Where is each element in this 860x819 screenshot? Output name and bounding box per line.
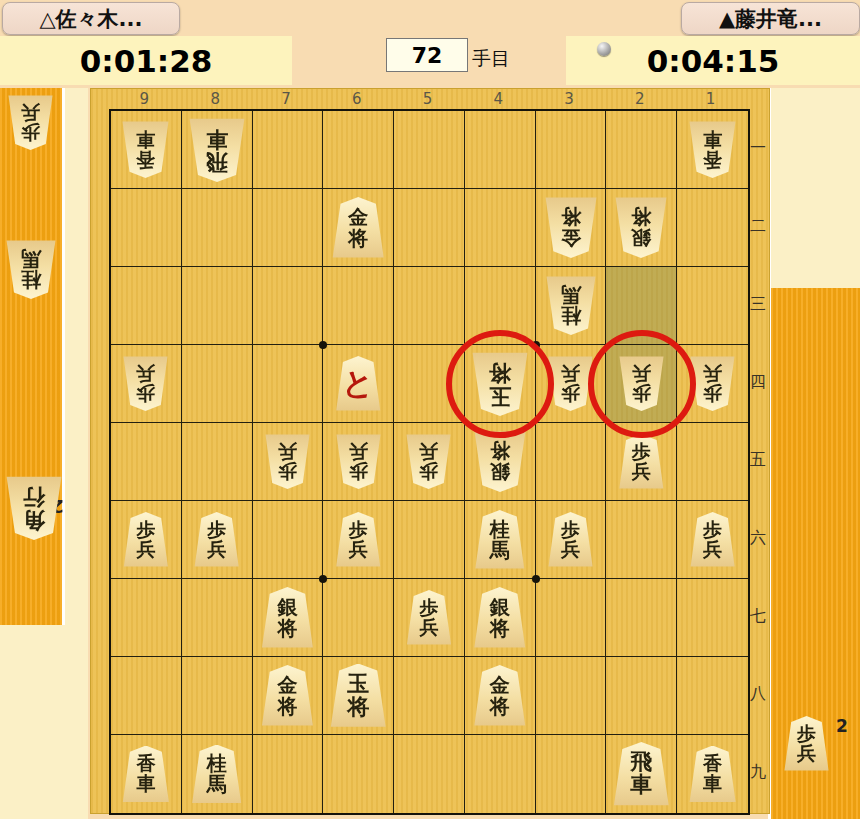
square-1b[interactable]: [677, 189, 748, 267]
square-1a[interactable]: 香車: [677, 111, 748, 189]
piece-sente-lance[interactable]: 香車: [122, 746, 169, 803]
piece-kanji: 歩: [703, 520, 722, 540]
piece-kanji: 兵: [419, 442, 438, 462]
piece-kanji: と: [342, 367, 374, 399]
piece-kanji: 兵: [561, 540, 580, 560]
square-3d[interactable]: 歩兵: [536, 345, 607, 423]
rank-label: 七: [747, 577, 769, 655]
piece-kanji: 歩: [797, 724, 816, 744]
square-7d[interactable]: [253, 345, 324, 423]
square-7h[interactable]: 金将: [253, 657, 324, 735]
piece-kanji: 歩: [703, 384, 722, 404]
square-8d[interactable]: [182, 345, 253, 423]
square-3b[interactable]: 金将: [536, 189, 607, 267]
square-2e[interactable]: 歩兵: [606, 423, 677, 501]
file-labels: 987654321: [109, 89, 746, 109]
gote-hand-bishop[interactable]: 角行2: [6, 476, 54, 534]
piece-kanji: 歩: [349, 462, 368, 482]
piece-sente-pawn[interactable]: 歩兵: [406, 590, 451, 645]
piece-kanji: 馬: [207, 774, 227, 795]
piece-kanji: 角: [23, 508, 45, 531]
piece-gote-pawn[interactable]: 歩兵: [265, 434, 310, 489]
square-7e[interactable]: 歩兵: [253, 423, 324, 501]
square-9b[interactable]: [111, 189, 182, 267]
square-3g[interactable]: [536, 579, 607, 657]
rank-labels: 一二三四五六七八九: [747, 109, 769, 811]
square-8b[interactable]: [182, 189, 253, 267]
rank-label: 四: [747, 343, 769, 421]
file-label: 6: [321, 89, 392, 109]
gote-captured-tray-area: 歩兵 桂馬 角行2: [0, 88, 88, 819]
piece-gote-pawn[interactable]: 歩兵: [690, 356, 735, 411]
piece-kanji: 兵: [561, 364, 580, 384]
piece-kanji: 歩: [632, 384, 651, 404]
piece-sente-pawn[interactable]: 歩兵: [548, 512, 593, 567]
sente-hand-pawn[interactable]: 歩兵2: [784, 716, 832, 774]
piece-kanji: 兵: [349, 442, 368, 462]
square-2i[interactable]: 飛車: [606, 735, 677, 813]
piece-gote-bishop[interactable]: 角行: [6, 476, 62, 540]
square-9f[interactable]: 歩兵: [111, 501, 182, 579]
piece-gote-lance[interactable]: 香車: [122, 121, 169, 178]
star-point: [532, 575, 540, 583]
square-4e[interactable]: 銀将: [465, 423, 536, 501]
square-8h[interactable]: [182, 657, 253, 735]
square-9d[interactable]: 歩兵: [111, 345, 182, 423]
square-3c[interactable]: 桂馬: [536, 267, 607, 345]
sente-name-plate[interactable]: ▲藤井竜...: [681, 2, 860, 35]
square-9e[interactable]: [111, 423, 182, 501]
square-6f[interactable]: 歩兵: [323, 501, 394, 579]
piece-gote-pawn[interactable]: 歩兵: [548, 356, 593, 411]
square-4d[interactable]: 玉将: [465, 345, 536, 423]
piece-kanji: 兵: [136, 540, 155, 560]
file-label: 4: [463, 89, 534, 109]
rank-label: 九: [747, 733, 769, 811]
square-8c[interactable]: [182, 267, 253, 345]
piece-gote-gold[interactable]: 金将: [545, 197, 597, 258]
piece-kanji: 兵: [349, 540, 368, 560]
piece-gote-lance[interactable]: 香車: [689, 121, 736, 178]
piece-kanji: 銀: [277, 597, 297, 618]
piece-kanji: 桂: [21, 270, 41, 291]
piece-sente-lance[interactable]: 香車: [689, 746, 736, 803]
piece-sente-knight[interactable]: 桂馬: [475, 510, 525, 569]
square-1g[interactable]: [677, 579, 748, 657]
gote-captured-tray: 歩兵 桂馬 角行2: [0, 88, 65, 625]
rank-label: 八: [747, 655, 769, 733]
star-point: [532, 341, 540, 349]
file-label: 5: [392, 89, 463, 109]
piece-kanji: 馬: [561, 285, 581, 306]
square-4i[interactable]: [465, 735, 536, 813]
piece-kanji: 馬: [21, 249, 41, 270]
piece-kanji: 兵: [703, 540, 722, 560]
piece-kanji: 将: [347, 696, 369, 719]
square-9h[interactable]: [111, 657, 182, 735]
square-7g[interactable]: 銀将: [253, 579, 324, 657]
piece-kanji: 銀: [490, 597, 510, 618]
gote-name-plate[interactable]: △佐々木...: [2, 2, 180, 35]
rank-label: 三: [747, 265, 769, 343]
square-7a[interactable]: [253, 111, 324, 189]
sente-captured-tray-area: 歩兵2: [768, 88, 860, 819]
rank-label: 二: [747, 187, 769, 265]
square-6i[interactable]: [323, 735, 394, 813]
piece-kanji: 将: [561, 207, 581, 228]
square-8f[interactable]: 歩兵: [182, 501, 253, 579]
square-5h[interactable]: [394, 657, 465, 735]
piece-kanji: 歩: [207, 520, 226, 540]
square-1c[interactable]: [677, 267, 748, 345]
piece-kanji: 将: [277, 696, 297, 717]
piece-kanji: 将: [490, 696, 510, 717]
square-7i[interactable]: [253, 735, 324, 813]
square-2c[interactable]: [606, 267, 677, 345]
piece-kanji: 将: [490, 618, 510, 639]
piece-kanji: 歩: [136, 520, 155, 540]
piece-kanji: 香: [136, 150, 155, 170]
piece-sente-pawn[interactable]: 歩兵: [194, 512, 239, 567]
square-6g[interactable]: [323, 579, 394, 657]
square-5f[interactable]: [394, 501, 465, 579]
piece-sente-rook[interactable]: 飛車: [613, 742, 669, 806]
piece-kanji: 桂: [561, 306, 581, 327]
square-6a[interactable]: [323, 111, 394, 189]
piece-gote-knight[interactable]: 桂馬: [6, 240, 56, 299]
file-label: 3: [534, 89, 605, 109]
piece-kanji: 将: [490, 441, 510, 462]
piece-gote-knight[interactable]: 桂馬: [546, 276, 596, 335]
piece-gote-pawn[interactable]: 歩兵: [8, 95, 53, 150]
piece-sente-tokin[interactable]: と: [336, 356, 381, 411]
gote-hand-pawn[interactable]: 歩兵: [8, 95, 56, 153]
square-5i[interactable]: [394, 735, 465, 813]
star-point: [319, 575, 327, 583]
piece-gote-silver[interactable]: 銀将: [474, 431, 526, 492]
piece-sente-silver[interactable]: 銀将: [474, 587, 526, 648]
square-1e[interactable]: [677, 423, 748, 501]
piece-kanji: 将: [489, 361, 511, 384]
piece-kanji: 兵: [419, 618, 438, 638]
square-4b[interactable]: [465, 189, 536, 267]
square-2f[interactable]: [606, 501, 677, 579]
piece-kanji: 将: [277, 618, 297, 639]
piece-gote-pawn[interactable]: 歩兵: [336, 434, 381, 489]
square-6e[interactable]: 歩兵: [323, 423, 394, 501]
file-label: 7: [251, 89, 322, 109]
gote-clock: 0:01:28: [0, 36, 292, 85]
piece-sente-pawn[interactable]: 歩兵: [619, 434, 664, 489]
square-1f[interactable]: 歩兵: [677, 501, 748, 579]
piece-kanji: 車: [630, 774, 652, 797]
square-2h[interactable]: [606, 657, 677, 735]
gote-hand-knight[interactable]: 桂馬: [6, 240, 54, 298]
sphere-button[interactable]: [597, 42, 611, 56]
piece-gote-pawn[interactable]: 歩兵: [406, 434, 451, 489]
piece-kanji: 馬: [490, 540, 510, 561]
square-8i[interactable]: 桂馬: [182, 735, 253, 813]
piece-kanji: 兵: [632, 364, 651, 384]
square-5a[interactable]: [394, 111, 465, 189]
piece-kanji: 将: [631, 207, 651, 228]
piece-kanji: 香: [703, 150, 722, 170]
square-3i[interactable]: [536, 735, 607, 813]
square-9i[interactable]: 香車: [111, 735, 182, 813]
square-1d[interactable]: 歩兵: [677, 345, 748, 423]
square-3a[interactable]: [536, 111, 607, 189]
square-5e[interactable]: 歩兵: [394, 423, 465, 501]
piece-kanji: 車: [206, 127, 228, 150]
piece-kanji: 将: [348, 228, 368, 249]
hand-count: 2: [836, 716, 848, 736]
piece-kanji: 桂: [207, 753, 227, 774]
piece-gote-pawn[interactable]: 歩兵: [123, 356, 168, 411]
square-9c[interactable]: [111, 267, 182, 345]
square-2a[interactable]: [606, 111, 677, 189]
file-label: 8: [180, 89, 251, 109]
piece-kanji: 歩: [419, 598, 438, 618]
piece-kanji: 車: [136, 774, 155, 794]
piece-kanji: 玉: [347, 673, 369, 696]
piece-kanji: 金: [561, 228, 581, 249]
file-label: 1: [675, 89, 746, 109]
piece-kanji: 歩: [561, 520, 580, 540]
square-9g[interactable]: [111, 579, 182, 657]
square-5g[interactable]: 歩兵: [394, 579, 465, 657]
rank-label: 五: [747, 421, 769, 499]
square-7b[interactable]: [253, 189, 324, 267]
square-3h[interactable]: [536, 657, 607, 735]
square-8g[interactable]: [182, 579, 253, 657]
sente-clock: 0:04:15: [566, 36, 860, 85]
square-8a[interactable]: 飛車: [182, 111, 253, 189]
square-2d[interactable]: 歩兵: [606, 345, 677, 423]
piece-kanji: 兵: [136, 364, 155, 384]
square-7c[interactable]: [253, 267, 324, 345]
square-6d[interactable]: と: [323, 345, 394, 423]
star-point: [319, 341, 327, 349]
piece-kanji: 桂: [490, 519, 510, 540]
piece-sente-gold[interactable]: 金将: [474, 665, 526, 726]
piece-kanji: 飛: [630, 751, 652, 774]
piece-kanji: 玉: [489, 384, 511, 407]
piece-kanji: 歩: [419, 462, 438, 482]
square-3f[interactable]: 歩兵: [536, 501, 607, 579]
piece-sente-pawn[interactable]: 歩兵: [123, 512, 168, 567]
piece-sente-king[interactable]: 玉将: [330, 664, 386, 728]
piece-gote-silver[interactable]: 銀将: [615, 197, 667, 258]
square-5d[interactable]: [394, 345, 465, 423]
rank-label: 六: [747, 499, 769, 577]
square-4h[interactable]: 金将: [465, 657, 536, 735]
shogi-app: △佐々木... ▲藤井竜... 0:01:28 0:04:15 72 手目 歩兵…: [0, 0, 860, 819]
board-grid: 香車飛車香車金将金将銀将桂馬歩兵と玉将歩兵歩兵歩兵歩兵歩兵歩兵銀将歩兵歩兵歩兵歩…: [109, 109, 750, 815]
piece-kanji: 兵: [632, 462, 651, 482]
piece-kanji: 金: [277, 675, 297, 696]
square-1h[interactable]: [677, 657, 748, 735]
square-8e[interactable]: [182, 423, 253, 501]
square-7f[interactable]: [253, 501, 324, 579]
piece-kanji: 車: [136, 130, 155, 150]
piece-sente-gold[interactable]: 金将: [332, 197, 384, 258]
square-5c[interactable]: [394, 267, 465, 345]
square-4a[interactable]: [465, 111, 536, 189]
piece-sente-silver[interactable]: 銀将: [261, 587, 313, 648]
piece-sente-gold[interactable]: 金将: [261, 665, 313, 726]
piece-kanji: 銀: [631, 228, 651, 249]
square-2b[interactable]: 銀将: [606, 189, 677, 267]
file-label: 2: [604, 89, 675, 109]
piece-kanji: 飛: [206, 150, 228, 173]
move-number-label: 手目: [472, 46, 510, 72]
piece-kanji: 行: [23, 485, 45, 508]
square-5b[interactable]: [394, 189, 465, 267]
square-6c[interactable]: [323, 267, 394, 345]
move-number-input[interactable]: 72: [386, 38, 468, 72]
piece-sente-pawn[interactable]: 歩兵: [784, 716, 829, 771]
piece-sente-knight[interactable]: 桂馬: [192, 745, 242, 804]
piece-kanji: 金: [348, 207, 368, 228]
piece-kanji: 銀: [490, 462, 510, 483]
piece-sente-pawn[interactable]: 歩兵: [690, 512, 735, 567]
piece-kanji: 兵: [797, 744, 816, 764]
piece-kanji: 歩: [349, 520, 368, 540]
piece-kanji: 兵: [703, 364, 722, 384]
piece-kanji: 歩: [632, 442, 651, 462]
piece-gote-king[interactable]: 玉将: [472, 352, 528, 416]
piece-kanji: 金: [490, 675, 510, 696]
piece-kanji: 兵: [207, 540, 226, 560]
rank-label: 一: [747, 109, 769, 187]
square-6b[interactable]: 金将: [323, 189, 394, 267]
piece-kanji: 歩: [561, 384, 580, 404]
piece-kanji: 車: [703, 130, 722, 150]
square-4c[interactable]: [465, 267, 536, 345]
square-4g[interactable]: 銀将: [465, 579, 536, 657]
square-2g[interactable]: [606, 579, 677, 657]
square-4f[interactable]: 桂馬: [465, 501, 536, 579]
piece-kanji: 歩: [21, 123, 40, 143]
piece-kanji: 車: [703, 774, 722, 794]
piece-kanji: 歩: [278, 462, 297, 482]
piece-kanji: 歩: [136, 384, 155, 404]
piece-sente-pawn[interactable]: 歩兵: [336, 512, 381, 567]
piece-gote-rook[interactable]: 飛車: [189, 118, 245, 182]
square-3e[interactable]: [536, 423, 607, 501]
square-6h[interactable]: 玉将: [323, 657, 394, 735]
shogi-board: 987654321 一二三四五六七八九 香車飛車香車金将金将銀将桂馬歩兵と玉将歩…: [90, 88, 770, 814]
sente-captured-tray: 歩兵2: [771, 288, 860, 819]
file-label: 9: [109, 89, 180, 109]
square-1i[interactable]: 香車: [677, 735, 748, 813]
piece-kanji: 兵: [278, 442, 297, 462]
square-9a[interactable]: 香車: [111, 111, 182, 189]
piece-gote-pawn[interactable]: 歩兵: [619, 356, 664, 411]
piece-kanji: 兵: [21, 103, 40, 123]
